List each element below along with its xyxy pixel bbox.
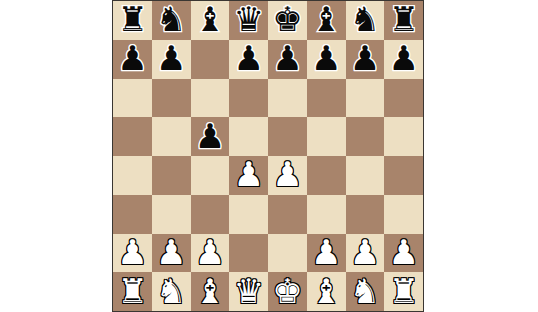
square-b4[interactable]: [152, 156, 191, 195]
square-h1[interactable]: ♜: [384, 272, 423, 311]
piece-black-pawn[interactable]: ♟: [350, 41, 380, 75]
square-h5[interactable]: [384, 117, 423, 156]
piece-black-pawn[interactable]: ♟: [311, 41, 341, 75]
piece-white-pawn[interactable]: ♟: [311, 235, 341, 269]
square-a5[interactable]: [113, 117, 152, 156]
square-e1[interactable]: ♚: [268, 272, 307, 311]
piece-black-pawn[interactable]: ♟: [195, 119, 225, 153]
piece-black-knight[interactable]: ♞: [156, 2, 186, 36]
piece-black-king[interactable]: ♚: [272, 2, 302, 36]
square-c3[interactable]: [191, 195, 230, 234]
chess-app-screen: ♜♞♝♛♚♝♞♜♟♟♟♟♟♟♟♟♟♟♟♟♟♟♟♟♜♞♝♛♚♝♞♜: [0, 0, 538, 312]
square-d4[interactable]: ♟: [229, 156, 268, 195]
square-d7[interactable]: ♟: [229, 40, 268, 79]
piece-black-pawn[interactable]: ♟: [117, 41, 147, 75]
piece-black-bishop[interactable]: ♝: [195, 2, 225, 36]
piece-black-pawn[interactable]: ♟: [156, 41, 186, 75]
piece-black-queen[interactable]: ♛: [233, 2, 263, 36]
square-b6[interactable]: [152, 79, 191, 118]
square-h8[interactable]: ♜: [384, 1, 423, 40]
square-h3[interactable]: [384, 195, 423, 234]
square-c8[interactable]: ♝: [191, 1, 230, 40]
piece-white-rook[interactable]: ♜: [388, 274, 418, 308]
square-f4[interactable]: [307, 156, 346, 195]
square-g3[interactable]: [346, 195, 385, 234]
square-f7[interactable]: ♟: [307, 40, 346, 79]
square-e5[interactable]: [268, 117, 307, 156]
square-h2[interactable]: ♟: [384, 234, 423, 273]
square-e6[interactable]: [268, 79, 307, 118]
piece-white-rook[interactable]: ♜: [117, 274, 147, 308]
square-b3[interactable]: [152, 195, 191, 234]
square-a1[interactable]: ♜: [113, 272, 152, 311]
square-f3[interactable]: [307, 195, 346, 234]
square-a2[interactable]: ♟: [113, 234, 152, 273]
square-a3[interactable]: [113, 195, 152, 234]
square-f1[interactable]: ♝: [307, 272, 346, 311]
square-f8[interactable]: ♝: [307, 1, 346, 40]
piece-white-pawn[interactable]: ♟: [272, 157, 302, 191]
square-h7[interactable]: ♟: [384, 40, 423, 79]
square-e8[interactable]: ♚: [268, 1, 307, 40]
square-d6[interactable]: [229, 79, 268, 118]
piece-white-pawn[interactable]: ♟: [117, 235, 147, 269]
square-a6[interactable]: [113, 79, 152, 118]
square-c1[interactable]: ♝: [191, 272, 230, 311]
piece-white-pawn[interactable]: ♟: [388, 235, 418, 269]
piece-white-knight[interactable]: ♞: [350, 274, 380, 308]
square-h4[interactable]: [384, 156, 423, 195]
piece-white-bishop[interactable]: ♝: [311, 274, 341, 308]
square-e3[interactable]: [268, 195, 307, 234]
square-b8[interactable]: ♞: [152, 1, 191, 40]
piece-white-queen[interactable]: ♛: [233, 274, 263, 308]
chess-board: ♜♞♝♛♚♝♞♜♟♟♟♟♟♟♟♟♟♟♟♟♟♟♟♟♜♞♝♛♚♝♞♜: [112, 0, 424, 312]
piece-black-pawn[interactable]: ♟: [388, 41, 418, 75]
square-b2[interactable]: ♟: [152, 234, 191, 273]
square-g7[interactable]: ♟: [346, 40, 385, 79]
square-g5[interactable]: [346, 117, 385, 156]
square-g8[interactable]: ♞: [346, 1, 385, 40]
piece-white-pawn[interactable]: ♟: [195, 235, 225, 269]
square-b5[interactable]: [152, 117, 191, 156]
square-e7[interactable]: ♟: [268, 40, 307, 79]
square-d8[interactable]: ♛: [229, 1, 268, 40]
square-e2[interactable]: [268, 234, 307, 273]
piece-black-bishop[interactable]: ♝: [311, 2, 341, 36]
square-f5[interactable]: [307, 117, 346, 156]
square-g6[interactable]: [346, 79, 385, 118]
piece-white-pawn[interactable]: ♟: [156, 235, 186, 269]
square-d1[interactable]: ♛: [229, 272, 268, 311]
piece-white-pawn[interactable]: ♟: [233, 157, 263, 191]
piece-black-rook[interactable]: ♜: [388, 2, 418, 36]
square-g1[interactable]: ♞: [346, 272, 385, 311]
square-a4[interactable]: [113, 156, 152, 195]
piece-white-pawn[interactable]: ♟: [350, 235, 380, 269]
piece-white-knight[interactable]: ♞: [156, 274, 186, 308]
square-e4[interactable]: ♟: [268, 156, 307, 195]
square-a8[interactable]: ♜: [113, 1, 152, 40]
square-h6[interactable]: [384, 79, 423, 118]
square-c2[interactable]: ♟: [191, 234, 230, 273]
piece-white-king[interactable]: ♚: [272, 274, 302, 308]
square-g2[interactable]: ♟: [346, 234, 385, 273]
square-b1[interactable]: ♞: [152, 272, 191, 311]
piece-black-rook[interactable]: ♜: [117, 2, 147, 36]
square-b7[interactable]: ♟: [152, 40, 191, 79]
square-c5[interactable]: ♟: [191, 117, 230, 156]
square-a7[interactable]: ♟: [113, 40, 152, 79]
square-d3[interactable]: [229, 195, 268, 234]
piece-white-bishop[interactable]: ♝: [195, 274, 225, 308]
square-f6[interactable]: [307, 79, 346, 118]
piece-black-pawn[interactable]: ♟: [233, 41, 263, 75]
square-c7[interactable]: [191, 40, 230, 79]
square-c4[interactable]: [191, 156, 230, 195]
square-d5[interactable]: [229, 117, 268, 156]
piece-black-knight[interactable]: ♞: [350, 2, 380, 36]
square-g4[interactable]: [346, 156, 385, 195]
square-c6[interactable]: [191, 79, 230, 118]
square-d2[interactable]: [229, 234, 268, 273]
piece-black-pawn[interactable]: ♟: [272, 41, 302, 75]
square-f2[interactable]: ♟: [307, 234, 346, 273]
